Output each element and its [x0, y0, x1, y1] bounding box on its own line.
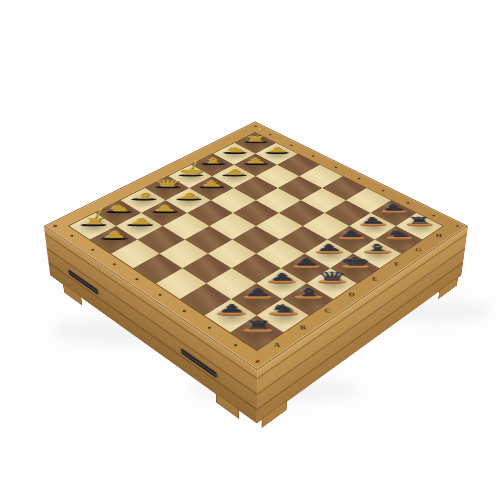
scene: ABCDEFGH ♜♞♝♛♚♝♞♜♟♟♟♟♟♟♟♟♟♟♟♟♟♟♟♟♜♞♝♛♚♝♞… [0, 0, 500, 500]
gold-bishop-glyph: ♝ [196, 157, 229, 164]
box-foot [63, 283, 82, 305]
gold-pawn-glyph: ♟ [260, 146, 293, 153]
gold-pawn-glyph: ♟ [171, 192, 206, 200]
gold-bishop-glyph: ♝ [126, 192, 162, 200]
gold-rook-glyph: ♜ [75, 217, 112, 225]
rank-dot [181, 309, 186, 312]
dark-rook-glyph: ♜ [399, 216, 437, 224]
rank-dot [380, 189, 384, 191]
rank-dot [356, 178, 360, 180]
rim-screw-dot [52, 225, 57, 228]
metal-handle [180, 348, 216, 378]
gold-knight-glyph: ♞ [218, 146, 251, 153]
gold-pawn-glyph: ♟ [194, 180, 228, 187]
gold-pawn-glyph: ♟ [217, 168, 251, 175]
chess-chest: ABCDEFGH ♜♞♝♛♚♝♞♜♟♟♟♟♟♟♟♟♟♟♟♟♟♟♟♟♜♞♝♛♚♝♞… [44, 122, 468, 371]
photo-stage: ABCDEFGH ♜♞♝♛♚♝♞♜♟♟♟♟♟♟♟♟♟♟♟♟♟♟♟♟♜♞♝♛♚♝♞… [0, 0, 500, 500]
dark-pawn-glyph: ♟ [374, 203, 411, 211]
gold-pawn-glyph: ♟ [147, 204, 183, 212]
rim-screw-dot [254, 359, 260, 363]
gold-king-glyph: ♚ [173, 168, 207, 176]
chess-board: ABCDEFGH ♜♞♝♛♚♝♞♜♟♟♟♟♟♟♟♟♟♟♟♟♟♟♟♟♜♞♝♛♚♝♞… [44, 122, 468, 371]
gold-rook-glyph: ♜ [239, 136, 271, 143]
box-foot [216, 392, 239, 419]
rank-dot [206, 326, 211, 329]
rim-screw-dot [253, 125, 257, 127]
rank-dot [111, 263, 115, 266]
rank-dot [134, 278, 139, 281]
rank-dot [90, 248, 94, 251]
box-foot [438, 276, 458, 299]
gold-knight-glyph: ♞ [101, 204, 138, 212]
rank-dot [333, 166, 337, 168]
gold-queen-glyph: ♛ [150, 179, 185, 187]
gold-pawn-glyph: ♟ [121, 217, 158, 225]
dark-pawn-glyph: ♟ [353, 216, 390, 224]
rim-screw-dot [455, 225, 460, 228]
rank-dot [232, 344, 237, 347]
box-foot [262, 400, 287, 428]
gold-pawn-glyph: ♟ [239, 157, 272, 164]
rank-dot [311, 155, 315, 157]
rank-dot [69, 235, 73, 237]
rank-dot [157, 293, 162, 296]
